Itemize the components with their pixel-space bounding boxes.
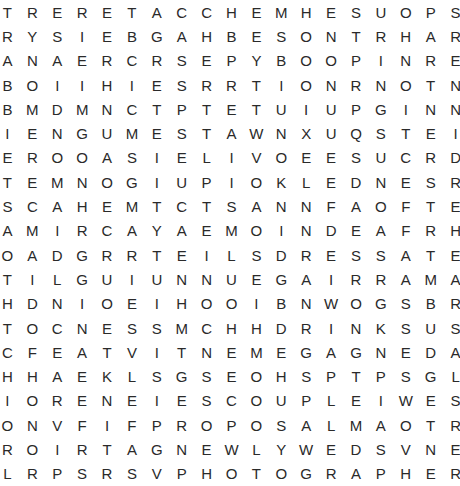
grid-cell[interactable]: E [0, 146, 20, 170]
grid-cell[interactable]: H [244, 316, 269, 340]
grid-cell[interactable]: V [393, 437, 418, 461]
grid-cell[interactable]: T [393, 121, 418, 145]
grid-cell[interactable]: I [269, 73, 294, 97]
grid-cell[interactable]: G [269, 267, 294, 291]
grid-cell[interactable]: P [294, 389, 319, 413]
grid-cell[interactable]: T [418, 73, 443, 97]
grid-cell[interactable]: R [144, 49, 169, 73]
grid-cell[interactable]: C [219, 389, 244, 413]
grid-cell[interactable]: M [70, 97, 95, 121]
grid-cell[interactable]: P [169, 97, 194, 121]
grid-cell[interactable]: E [443, 243, 460, 267]
grid-cell[interactable]: M [219, 219, 244, 243]
grid-cell[interactable]: N [169, 267, 194, 291]
grid-cell[interactable]: E [219, 364, 244, 388]
grid-cell[interactable]: O [244, 389, 269, 413]
grid-cell[interactable]: N [45, 121, 70, 145]
grid-cell[interactable]: O [45, 146, 70, 170]
grid-cell[interactable]: I [20, 267, 45, 291]
grid-cell[interactable]: C [169, 194, 194, 218]
grid-cell[interactable]: Y [144, 219, 169, 243]
grid-cell[interactable]: T [95, 340, 120, 364]
grid-cell[interactable]: O [194, 292, 219, 316]
grid-cell[interactable]: F [393, 194, 418, 218]
grid-cell[interactable]: S [368, 121, 393, 145]
grid-cell[interactable]: H [70, 194, 95, 218]
grid-cell[interactable]: E [95, 316, 120, 340]
grid-cell[interactable]: A [45, 49, 70, 73]
grid-cell[interactable]: A [0, 49, 20, 73]
grid-cell[interactable]: C [194, 0, 219, 24]
grid-cell[interactable]: I [0, 121, 20, 145]
grid-cell[interactable]: E [418, 389, 443, 413]
grid-cell[interactable]: T [344, 364, 369, 388]
grid-cell[interactable]: S [0, 194, 20, 218]
grid-cell[interactable]: L [194, 146, 219, 170]
grid-cell[interactable]: T [144, 97, 169, 121]
grid-cell[interactable]: W [294, 437, 319, 461]
grid-cell[interactable]: U [368, 0, 393, 24]
grid-cell[interactable]: S [368, 243, 393, 267]
grid-cell[interactable]: H [269, 364, 294, 388]
grid-cell[interactable]: P [144, 413, 169, 437]
grid-cell[interactable]: O [194, 413, 219, 437]
grid-cell[interactable]: I [144, 292, 169, 316]
grid-cell[interactable]: D [344, 437, 369, 461]
grid-cell[interactable]: U [418, 316, 443, 340]
grid-cell[interactable]: T [194, 121, 219, 145]
grid-cell[interactable]: I [319, 267, 344, 291]
grid-cell[interactable]: N [194, 340, 219, 364]
grid-cell[interactable]: A [344, 462, 369, 486]
grid-cell[interactable]: R [294, 316, 319, 340]
grid-cell[interactable]: H [0, 292, 20, 316]
grid-cell[interactable]: E [95, 24, 120, 48]
grid-cell[interactable]: W [244, 121, 269, 145]
grid-cell[interactable]: I [219, 146, 244, 170]
grid-cell[interactable]: K [368, 316, 393, 340]
grid-cell[interactable]: I [194, 243, 219, 267]
grid-cell[interactable]: R [368, 267, 393, 291]
grid-cell[interactable]: T [169, 340, 194, 364]
grid-cell[interactable]: P [368, 364, 393, 388]
grid-cell[interactable]: L [119, 364, 144, 388]
grid-cell[interactable]: O [244, 219, 269, 243]
grid-cell[interactable]: N [443, 97, 460, 121]
grid-cell[interactable]: O [294, 49, 319, 73]
grid-cell[interactable]: S [443, 389, 460, 413]
grid-cell[interactable]: C [194, 316, 219, 340]
grid-cell[interactable]: M [418, 267, 443, 291]
grid-cell[interactable]: A [144, 0, 169, 24]
grid-cell[interactable]: N [418, 437, 443, 461]
grid-cell[interactable]: T [244, 97, 269, 121]
grid-cell[interactable]: E [95, 194, 120, 218]
grid-cell[interactable]: I [45, 219, 70, 243]
grid-cell[interactable]: M [244, 340, 269, 364]
grid-cell[interactable]: N [169, 437, 194, 461]
grid-cell[interactable]: O [294, 73, 319, 97]
grid-cell[interactable]: G [294, 340, 319, 364]
grid-cell[interactable]: L [319, 413, 344, 437]
grid-cell[interactable]: C [20, 194, 45, 218]
grid-cell[interactable]: I [144, 340, 169, 364]
grid-cell[interactable]: I [294, 97, 319, 121]
grid-cell[interactable]: N [418, 97, 443, 121]
grid-cell[interactable]: O [20, 316, 45, 340]
grid-cell[interactable]: S [45, 24, 70, 48]
grid-cell[interactable]: B [269, 49, 294, 73]
grid-cell[interactable]: S [169, 73, 194, 97]
grid-cell[interactable]: E [393, 170, 418, 194]
grid-cell[interactable]: Y [20, 24, 45, 48]
grid-cell[interactable]: N [319, 73, 344, 97]
grid-cell[interactable]: R [344, 267, 369, 291]
grid-cell[interactable]: Y [269, 437, 294, 461]
grid-cell[interactable]: H [393, 462, 418, 486]
grid-cell[interactable]: C [45, 316, 70, 340]
grid-cell[interactable]: U [269, 97, 294, 121]
grid-cell[interactable]: M [119, 194, 144, 218]
grid-cell[interactable]: L [45, 267, 70, 291]
grid-cell[interactable]: A [20, 243, 45, 267]
grid-cell[interactable]: B [0, 73, 20, 97]
grid-cell[interactable]: R [219, 73, 244, 97]
grid-cell[interactable]: V [119, 340, 144, 364]
grid-cell[interactable]: E [319, 437, 344, 461]
grid-cell[interactable]: A [443, 267, 460, 291]
grid-cell[interactable]: I [0, 389, 20, 413]
grid-cell[interactable]: I [70, 73, 95, 97]
grid-cell[interactable]: S [119, 462, 144, 486]
grid-cell[interactable]: O [319, 49, 344, 73]
grid-cell[interactable]: T [95, 437, 120, 461]
grid-cell[interactable]: O [269, 146, 294, 170]
grid-cell[interactable]: E [20, 170, 45, 194]
grid-cell[interactable]: T [418, 243, 443, 267]
grid-cell[interactable]: I [119, 73, 144, 97]
grid-cell[interactable]: S [144, 316, 169, 340]
grid-cell[interactable]: E [319, 243, 344, 267]
grid-cell[interactable]: N [95, 97, 120, 121]
grid-cell[interactable]: E [144, 73, 169, 97]
grid-cell[interactable]: H [0, 364, 20, 388]
grid-cell[interactable]: B [418, 292, 443, 316]
grid-cell[interactable]: S [144, 364, 169, 388]
grid-cell[interactable]: I [144, 389, 169, 413]
grid-cell[interactable]: E [169, 389, 194, 413]
grid-cell[interactable]: C [119, 97, 144, 121]
grid-cell[interactable]: I [144, 170, 169, 194]
grid-cell[interactable]: E [70, 364, 95, 388]
grid-cell[interactable]: U [319, 121, 344, 145]
grid-cell[interactable]: O [244, 413, 269, 437]
grid-cell[interactable]: N [194, 267, 219, 291]
grid-cell[interactable]: E [194, 437, 219, 461]
grid-cell[interactable]: F [119, 413, 144, 437]
grid-cell[interactable]: Q [344, 121, 369, 145]
grid-cell[interactable]: I [319, 316, 344, 340]
grid-cell[interactable]: E [443, 194, 460, 218]
grid-cell[interactable]: A [294, 413, 319, 437]
grid-cell[interactable]: I [70, 24, 95, 48]
grid-cell[interactable]: R [443, 462, 460, 486]
grid-cell[interactable]: G [70, 267, 95, 291]
grid-cell[interactable]: U [368, 146, 393, 170]
grid-cell[interactable]: U [219, 267, 244, 291]
grid-cell[interactable]: F [70, 413, 95, 437]
grid-cell[interactable]: T [0, 170, 20, 194]
grid-cell[interactable]: R [70, 437, 95, 461]
grid-cell[interactable]: H [95, 73, 120, 97]
grid-cell[interactable]: M [269, 0, 294, 24]
grid-cell[interactable]: T [0, 316, 20, 340]
grid-cell[interactable]: P [344, 49, 369, 73]
grid-cell[interactable]: O [344, 292, 369, 316]
grid-cell[interactable]: A [119, 219, 144, 243]
grid-cell[interactable]: N [294, 219, 319, 243]
grid-cell[interactable]: U [144, 267, 169, 291]
grid-cell[interactable]: V [144, 462, 169, 486]
grid-cell[interactable]: S [244, 243, 269, 267]
grid-cell[interactable]: E [319, 170, 344, 194]
grid-cell[interactable]: S [194, 364, 219, 388]
grid-cell[interactable]: R [95, 243, 120, 267]
grid-cell[interactable]: T [0, 0, 20, 24]
grid-cell[interactable]: H [219, 316, 244, 340]
grid-cell[interactable]: T [144, 243, 169, 267]
grid-cell[interactable]: L [244, 437, 269, 461]
grid-cell[interactable]: I [368, 49, 393, 73]
grid-cell[interactable]: E [219, 340, 244, 364]
grid-cell[interactable]: R [70, 219, 95, 243]
grid-cell[interactable]: C [0, 340, 20, 364]
grid-cell[interactable]: S [393, 292, 418, 316]
grid-cell[interactable]: E [319, 0, 344, 24]
grid-cell[interactable]: N [368, 170, 393, 194]
grid-cell[interactable]: R [368, 24, 393, 48]
grid-cell[interactable]: G [70, 243, 95, 267]
grid-cell[interactable]: O [20, 437, 45, 461]
grid-cell[interactable]: E [443, 49, 460, 73]
grid-cell[interactable]: N [393, 49, 418, 73]
grid-cell[interactable]: C [95, 219, 120, 243]
grid-cell[interactable]: H [194, 462, 219, 486]
grid-cell[interactable]: U [95, 267, 120, 291]
grid-cell[interactable]: A [119, 437, 144, 461]
grid-cell[interactable]: R [319, 462, 344, 486]
grid-cell[interactable]: E [169, 243, 194, 267]
grid-cell[interactable]: O [20, 73, 45, 97]
grid-cell[interactable]: I [269, 219, 294, 243]
grid-cell[interactable]: A [219, 121, 244, 145]
grid-cell[interactable]: A [95, 146, 120, 170]
grid-cell[interactable]: T [194, 194, 219, 218]
grid-cell[interactable]: E [219, 97, 244, 121]
grid-cell[interactable]: E [269, 340, 294, 364]
grid-cell[interactable]: O [95, 170, 120, 194]
grid-cell[interactable]: O [244, 170, 269, 194]
grid-cell[interactable]: O [368, 194, 393, 218]
grid-cell[interactable]: E [294, 146, 319, 170]
grid-cell[interactable]: R [20, 146, 45, 170]
grid-cell[interactable]: E [119, 389, 144, 413]
grid-cell[interactable]: S [443, 0, 460, 24]
grid-cell[interactable]: N [344, 316, 369, 340]
grid-cell[interactable]: F [319, 194, 344, 218]
grid-cell[interactable]: A [443, 340, 460, 364]
grid-cell[interactable]: P [219, 49, 244, 73]
grid-cell[interactable]: S [119, 146, 144, 170]
grid-cell[interactable]: O [0, 243, 20, 267]
grid-cell[interactable]: D [418, 340, 443, 364]
grid-cell[interactable]: N [319, 24, 344, 48]
grid-cell[interactable]: R [20, 462, 45, 486]
grid-cell[interactable]: E [144, 121, 169, 145]
grid-cell[interactable]: S [269, 413, 294, 437]
grid-cell[interactable]: E [344, 219, 369, 243]
grid-cell[interactable]: E [20, 121, 45, 145]
grid-cell[interactable]: E [45, 0, 70, 24]
grid-cell[interactable]: S [368, 437, 393, 461]
grid-cell[interactable]: G [119, 170, 144, 194]
grid-cell[interactable]: I [368, 389, 393, 413]
grid-cell[interactable]: H [194, 24, 219, 48]
grid-cell[interactable]: E [244, 24, 269, 48]
grid-cell[interactable]: D [269, 243, 294, 267]
grid-cell[interactable]: H [169, 292, 194, 316]
grid-cell[interactable]: G [294, 462, 319, 486]
grid-cell[interactable]: R [119, 243, 144, 267]
grid-cell[interactable]: D [45, 243, 70, 267]
grid-cell[interactable]: O [393, 73, 418, 97]
grid-cell[interactable]: P [219, 413, 244, 437]
grid-cell[interactable]: P [194, 170, 219, 194]
grid-cell[interactable]: H [20, 364, 45, 388]
grid-cell[interactable]: S [219, 194, 244, 218]
grid-cell[interactable]: S [169, 49, 194, 73]
grid-cell[interactable]: R [95, 462, 120, 486]
grid-cell[interactable]: N [20, 49, 45, 73]
grid-cell[interactable]: I [119, 267, 144, 291]
grid-cell[interactable]: D [269, 316, 294, 340]
grid-cell[interactable]: U [319, 97, 344, 121]
grid-cell[interactable]: S [344, 243, 369, 267]
grid-cell[interactable]: R [443, 170, 460, 194]
grid-cell[interactable]: O [393, 0, 418, 24]
grid-cell[interactable]: R [169, 413, 194, 437]
grid-cell[interactable]: R [95, 49, 120, 73]
grid-cell[interactable]: M [169, 316, 194, 340]
grid-cell[interactable]: D [443, 146, 460, 170]
grid-cell[interactable]: S [70, 462, 95, 486]
grid-cell[interactable]: I [95, 413, 120, 437]
grid-cell[interactable]: E [344, 389, 369, 413]
grid-cell[interactable]: E [70, 389, 95, 413]
grid-cell[interactable]: N [45, 292, 70, 316]
grid-cell[interactable]: F [393, 219, 418, 243]
grid-cell[interactable]: T [244, 73, 269, 97]
grid-cell[interactable]: T [119, 0, 144, 24]
grid-cell[interactable]: S [344, 0, 369, 24]
grid-cell[interactable]: G [344, 340, 369, 364]
grid-cell[interactable]: N [443, 73, 460, 97]
grid-cell[interactable]: C [393, 146, 418, 170]
grid-cell[interactable]: G [169, 364, 194, 388]
grid-cell[interactable]: R [443, 24, 460, 48]
grid-cell[interactable]: E [95, 0, 120, 24]
grid-cell[interactable]: I [70, 292, 95, 316]
grid-cell[interactable]: N [70, 170, 95, 194]
grid-cell[interactable]: Y [244, 49, 269, 73]
grid-cell[interactable]: A [45, 364, 70, 388]
grid-cell[interactable]: S [194, 389, 219, 413]
grid-cell[interactable]: O [294, 24, 319, 48]
grid-cell[interactable]: H [443, 219, 460, 243]
grid-cell[interactable]: T [344, 24, 369, 48]
grid-cell[interactable]: R [443, 292, 460, 316]
grid-cell[interactable]: E [194, 219, 219, 243]
grid-cell[interactable]: O [219, 462, 244, 486]
grid-cell[interactable]: H [219, 0, 244, 24]
grid-cell[interactable]: D [319, 219, 344, 243]
grid-cell[interactable]: S [294, 364, 319, 388]
grid-cell[interactable]: C [169, 0, 194, 24]
grid-cell[interactable]: A [368, 219, 393, 243]
grid-cell[interactable]: S [344, 146, 369, 170]
grid-cell[interactable]: D [20, 292, 45, 316]
grid-cell[interactable]: L [219, 243, 244, 267]
grid-cell[interactable]: A [319, 340, 344, 364]
grid-cell[interactable]: S [269, 24, 294, 48]
grid-cell[interactable]: I [244, 292, 269, 316]
grid-cell[interactable]: P [344, 97, 369, 121]
grid-cell[interactable]: L [319, 389, 344, 413]
grid-cell[interactable]: E [244, 0, 269, 24]
grid-cell[interactable]: L [0, 462, 20, 486]
grid-cell[interactable]: B [0, 97, 20, 121]
grid-cell[interactable]: E [194, 49, 219, 73]
grid-cell[interactable]: A [294, 267, 319, 291]
grid-cell[interactable]: O [20, 389, 45, 413]
grid-cell[interactable]: I [144, 146, 169, 170]
grid-cell[interactable]: R [194, 73, 219, 97]
grid-cell[interactable]: N [269, 194, 294, 218]
grid-cell[interactable]: N [70, 316, 95, 340]
grid-cell[interactable]: A [169, 24, 194, 48]
grid-cell[interactable]: X [294, 121, 319, 145]
grid-cell[interactable]: A [393, 267, 418, 291]
grid-cell[interactable]: V [244, 146, 269, 170]
grid-cell[interactable]: G [144, 24, 169, 48]
grid-cell[interactable]: N [294, 292, 319, 316]
grid-cell[interactable]: E [169, 146, 194, 170]
grid-cell[interactable]: O [70, 146, 95, 170]
grid-cell[interactable]: R [443, 413, 460, 437]
grid-cell[interactable]: N [368, 73, 393, 97]
grid-cell[interactable]: N [269, 121, 294, 145]
grid-cell[interactable]: O [244, 364, 269, 388]
grid-cell[interactable]: G [368, 292, 393, 316]
grid-cell[interactable]: R [294, 243, 319, 267]
grid-cell[interactable]: M [20, 219, 45, 243]
grid-cell[interactable]: L [443, 364, 460, 388]
grid-cell[interactable]: O [393, 413, 418, 437]
grid-cell[interactable]: W [393, 389, 418, 413]
grid-cell[interactable]: H [393, 24, 418, 48]
grid-cell[interactable]: R [418, 146, 443, 170]
grid-cell[interactable]: G [70, 121, 95, 145]
